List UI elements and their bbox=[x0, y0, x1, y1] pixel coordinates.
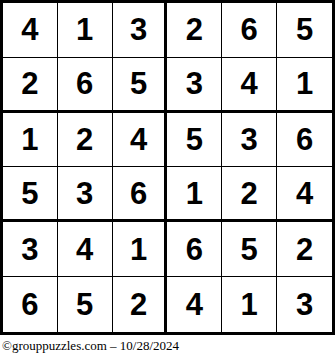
cell-r5c6: 2 bbox=[277, 222, 332, 277]
copyright-credit: ©grouppuzzles.com – 10/28/2024 bbox=[2, 338, 179, 354]
cell-r6c3: 2 bbox=[113, 277, 168, 332]
cell-r2c5: 4 bbox=[222, 58, 277, 113]
cell-r5c3: 1 bbox=[113, 222, 168, 277]
cell-r5c2: 4 bbox=[58, 222, 113, 277]
cell-r3c2: 2 bbox=[58, 113, 113, 168]
cell-r2c3: 5 bbox=[113, 58, 168, 113]
cell-r6c1: 6 bbox=[3, 277, 58, 332]
cell-r1c4: 2 bbox=[167, 3, 222, 58]
cell-r5c1: 3 bbox=[3, 222, 58, 277]
cell-r5c4: 6 bbox=[167, 222, 222, 277]
cell-r6c5: 1 bbox=[222, 277, 277, 332]
cell-r4c4: 1 bbox=[167, 167, 222, 222]
cell-r3c3: 4 bbox=[113, 113, 168, 168]
cell-r1c3: 3 bbox=[113, 3, 168, 58]
cell-r4c3: 6 bbox=[113, 167, 168, 222]
cell-r2c2: 6 bbox=[58, 58, 113, 113]
cell-r1c5: 6 bbox=[222, 3, 277, 58]
cell-r1c6: 5 bbox=[277, 3, 332, 58]
cell-r3c6: 6 bbox=[277, 113, 332, 168]
cell-r5c5: 5 bbox=[222, 222, 277, 277]
cell-r1c2: 1 bbox=[58, 3, 113, 58]
sudoku-board: 413265265341124536536124341652652413 bbox=[0, 0, 335, 335]
cell-r3c5: 3 bbox=[222, 113, 277, 168]
cell-r6c6: 3 bbox=[277, 277, 332, 332]
cell-r1c1: 4 bbox=[3, 3, 58, 58]
cell-r4c2: 3 bbox=[58, 167, 113, 222]
cell-r4c6: 4 bbox=[277, 167, 332, 222]
cell-r4c1: 5 bbox=[3, 167, 58, 222]
cell-r2c4: 3 bbox=[167, 58, 222, 113]
cell-r2c6: 1 bbox=[277, 58, 332, 113]
cell-r3c1: 1 bbox=[3, 113, 58, 168]
cell-r2c1: 2 bbox=[3, 58, 58, 113]
cell-r3c4: 5 bbox=[167, 113, 222, 168]
sudoku-page: 413265265341124536536124341652652413 ©gr… bbox=[0, 0, 335, 357]
cell-r4c5: 2 bbox=[222, 167, 277, 222]
cell-r6c2: 5 bbox=[58, 277, 113, 332]
cell-r6c4: 4 bbox=[167, 277, 222, 332]
